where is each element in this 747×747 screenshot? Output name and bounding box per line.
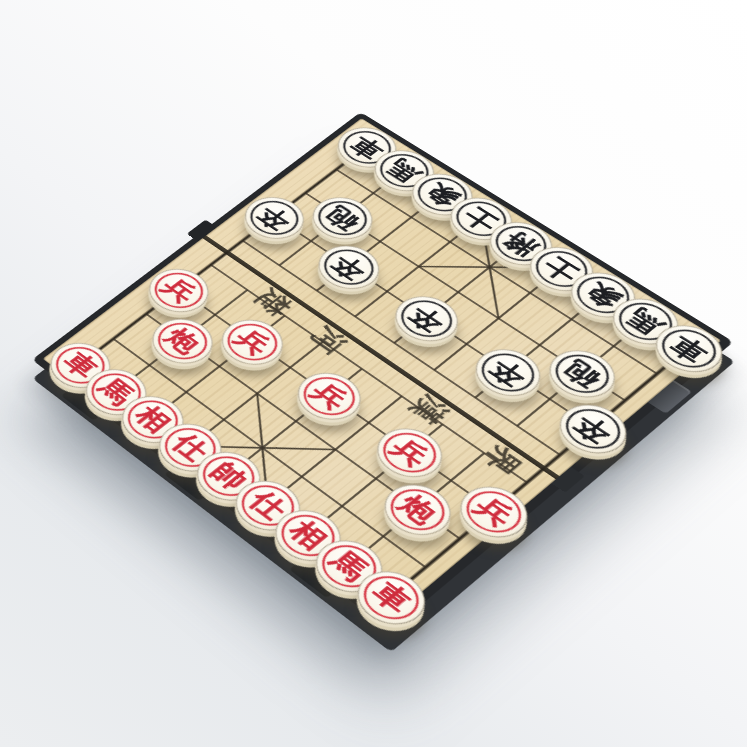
xiangqi-board: 楚河漢界 車馬象士將士象馬車砲砲卒卒卒卒卒兵兵兵兵兵炮炮車馬相仕帥仕相馬車 — [32, 112, 734, 631]
photo-backdrop: 楚河漢界 車馬象士將士象馬車砲砲卒卒卒卒卒兵兵兵兵兵炮炮車馬相仕帥仕相馬車 — [0, 0, 747, 747]
board-surface: 楚河漢界 — [43, 118, 722, 619]
